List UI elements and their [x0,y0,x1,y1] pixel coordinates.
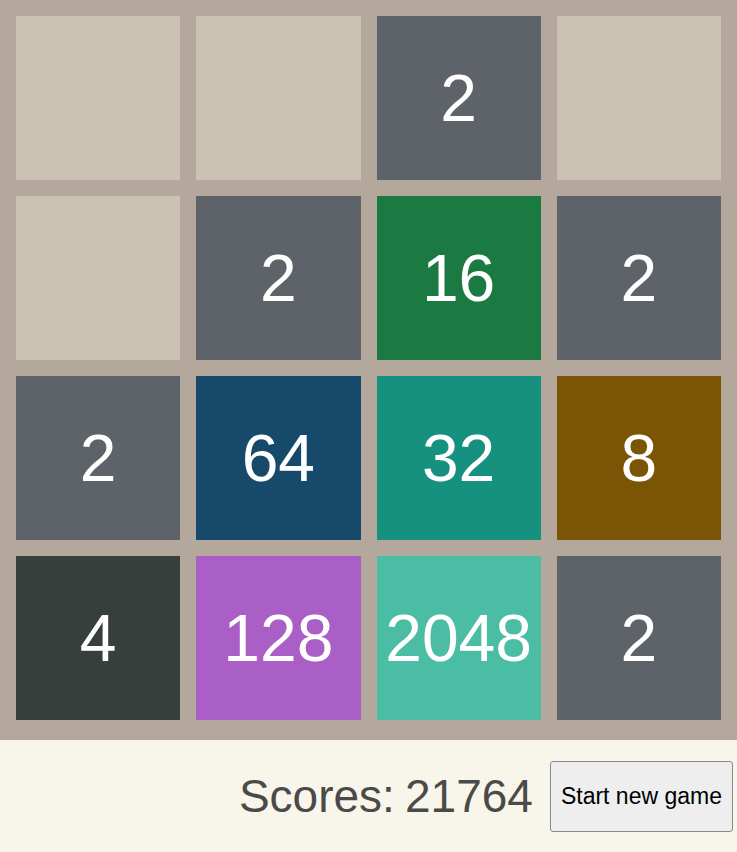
score-value: 21764 [405,770,533,822]
tile-2: 2 [16,376,180,540]
tile-128: 128 [196,556,360,720]
footer: Scores:21764 Start new game [0,740,737,852]
start-new-game-button[interactable]: Start new game [550,761,733,832]
tile-4: 4 [16,556,180,720]
score-label: Scores: [239,770,395,822]
score-display: Scores:21764 [239,769,533,823]
tile-64: 64 [196,376,360,540]
tile-2: 2 [557,556,721,720]
tile-16: 16 [377,196,541,360]
tile-2: 2 [377,16,541,180]
cell-empty [196,16,360,180]
tile-32: 32 [377,376,541,540]
tile-8: 8 [557,376,721,540]
tile-2: 2 [557,196,721,360]
cell-empty [16,196,180,360]
board: 22162264328412820482 [0,0,737,740]
cell-empty [16,16,180,180]
tile-2048: 2048 [377,556,541,720]
cell-empty [557,16,721,180]
tile-2: 2 [196,196,360,360]
